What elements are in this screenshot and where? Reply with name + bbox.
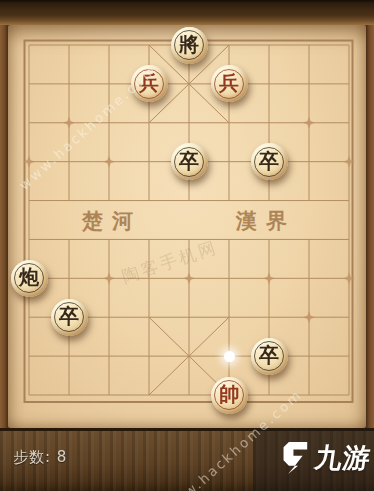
move-indicator-dot [224,351,235,362]
piece-glyph: 卒 [259,345,279,365]
wood-frame-top [0,0,374,25]
wood-frame-left [0,25,8,428]
xiangqi-app-screen: 楚河 漢界 將兵兵卒卒炮卒卒帥 步数: 8 九游 陶客手机网 www.hackh… [0,0,374,491]
piece-red-general[interactable]: 帥 [211,377,248,414]
piece-red-soldier[interactable]: 兵 [211,65,248,102]
step-counter-value: 8 [57,448,68,466]
piece-glyph: 兵 [139,73,159,93]
piece-glyph: 兵 [219,73,239,93]
piece-glyph: 將 [179,34,199,54]
piece-black-general[interactable]: 將 [171,27,208,64]
piece-red-soldier[interactable]: 兵 [131,65,168,102]
piece-glyph: 卒 [259,151,279,171]
jiuyou-logo-text: 九游 [312,440,373,476]
jiuyou-logo-icon [282,441,311,475]
piece-black-soldier[interactable]: 卒 [171,143,208,180]
step-counter-label: 步数: [13,448,51,466]
piece-glyph: 卒 [179,151,199,171]
piece-black-soldier[interactable]: 卒 [251,338,288,375]
piece-glyph: 卒 [59,306,79,326]
wood-frame-right [366,25,374,428]
jiuyou-logo: 九游 [282,440,371,476]
piece-glyph: 帥 [219,384,239,404]
piece-black-soldier[interactable]: 卒 [51,299,88,336]
step-counter: 步数: 8 [13,448,67,467]
piece-black-soldier[interactable]: 卒 [251,143,288,180]
piece-glyph: 炮 [19,267,39,287]
piece-black-cannon[interactable]: 炮 [11,260,48,297]
pieces-layer: 將兵兵卒卒炮卒卒帥 [0,0,374,491]
